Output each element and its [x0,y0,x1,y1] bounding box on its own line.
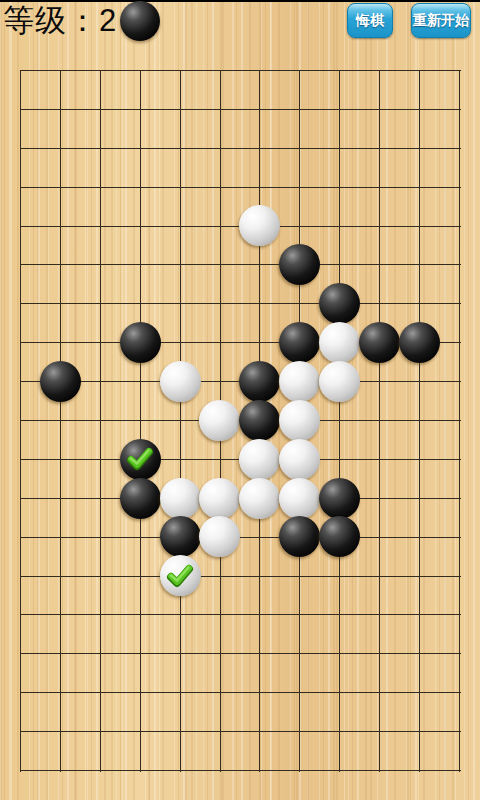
board-stones [1,51,480,790]
white-stone [319,361,360,402]
white-stone [160,478,201,519]
black-stone [160,516,201,557]
white-stone [239,205,280,246]
black-stone [279,244,320,285]
white-stone [239,478,280,519]
restart-button[interactable]: 重新开始 [411,3,471,38]
white-stone [319,322,360,363]
black-turn-stone-indicator [120,1,160,41]
white-stone [199,516,240,557]
level-label: 等级： [3,3,99,38]
black-stone [279,516,320,557]
level-text: 等级：2 [3,2,117,40]
white-stone [279,439,320,480]
black-stone [239,361,280,402]
last-move-check-icon [166,564,194,588]
last-move-white-stone [160,555,201,596]
white-stone [279,400,320,441]
black-stone [399,322,440,363]
black-stone [319,283,360,324]
white-stone [279,478,320,519]
undo-button[interactable]: 悔棋 [347,3,393,38]
white-stone [199,400,240,441]
white-stone [199,478,240,519]
white-stone [160,361,201,402]
black-stone [319,516,360,557]
black-stone [279,322,320,363]
black-stone [239,400,280,441]
white-stone [279,361,320,402]
white-stone [239,439,280,480]
black-stone [120,478,161,519]
board[interactable] [0,45,480,800]
black-stone [120,322,161,363]
black-stone [40,361,81,402]
gomoku-app-screen: { "game": "gomoku (五子棋 / five-in-a-row) … [0,0,480,800]
last-move-black-stone [120,439,161,480]
last-move-check-icon [126,447,154,471]
black-stone [319,478,360,519]
black-stone [359,322,400,363]
level-value: 2 [99,3,117,38]
